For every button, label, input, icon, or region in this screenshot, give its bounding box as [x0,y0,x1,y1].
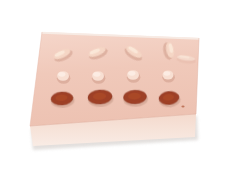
round-bump-highlight [128,71,135,76]
tiny-speck [181,105,184,107]
round-bump-highlight [58,72,65,77]
product-photo-canvas [0,0,235,180]
lesion-pad-illustration [0,0,235,180]
round-bump-highlight [93,72,100,77]
round-bump-highlight [164,71,171,76]
tiny-speck-body [181,105,184,107]
